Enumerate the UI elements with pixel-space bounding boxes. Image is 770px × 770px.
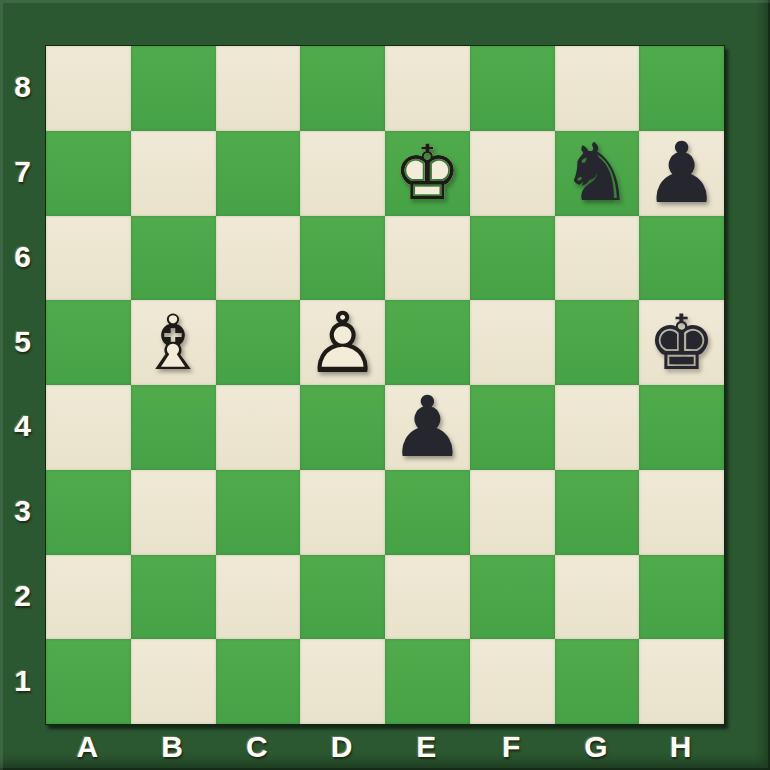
file-label-d: D <box>299 723 384 770</box>
square-e8[interactable] <box>385 46 470 131</box>
square-e7[interactable]: ♚♔ <box>385 131 470 216</box>
square-b6[interactable] <box>131 216 216 301</box>
square-a6[interactable] <box>46 216 131 301</box>
square-b3[interactable] <box>131 470 216 555</box>
square-c6[interactable] <box>216 216 301 301</box>
square-f6[interactable] <box>470 216 555 301</box>
piece-black-pawn[interactable]: ♟ <box>385 385 470 470</box>
square-h7[interactable]: ♟ <box>639 131 724 216</box>
chess-app-frame: 87654321 ♚♔♞♟♝♗♟♙♚♟ ABCDEFGH <box>0 0 770 770</box>
square-a4[interactable] <box>46 385 131 470</box>
piece-black-king[interactable]: ♚ <box>639 300 724 385</box>
square-b1[interactable] <box>131 639 216 724</box>
square-f4[interactable] <box>470 385 555 470</box>
rank-labels: 87654321 <box>0 45 45 723</box>
square-g7[interactable]: ♞ <box>555 131 640 216</box>
square-c2[interactable] <box>216 555 301 640</box>
square-f5[interactable] <box>470 300 555 385</box>
square-d3[interactable] <box>300 470 385 555</box>
rank-label-3: 3 <box>0 469 45 554</box>
square-c4[interactable] <box>216 385 301 470</box>
square-e2[interactable] <box>385 555 470 640</box>
square-c5[interactable] <box>216 300 301 385</box>
square-h8[interactable] <box>639 46 724 131</box>
chess-board: ♚♔♞♟♝♗♟♙♚♟ <box>45 45 725 725</box>
piece-black-pawn[interactable]: ♟ <box>639 131 724 216</box>
file-label-f: F <box>469 723 554 770</box>
file-label-e: E <box>384 723 469 770</box>
rank-label-2: 2 <box>0 554 45 639</box>
square-h4[interactable] <box>639 385 724 470</box>
square-f3[interactable] <box>470 470 555 555</box>
square-d2[interactable] <box>300 555 385 640</box>
square-a3[interactable] <box>46 470 131 555</box>
file-label-b: B <box>130 723 215 770</box>
square-g8[interactable] <box>555 46 640 131</box>
square-c3[interactable] <box>216 470 301 555</box>
square-g5[interactable] <box>555 300 640 385</box>
square-a1[interactable] <box>46 639 131 724</box>
square-c1[interactable] <box>216 639 301 724</box>
rank-label-4: 4 <box>0 384 45 469</box>
square-h5[interactable]: ♚ <box>639 300 724 385</box>
rank-label-1: 1 <box>0 638 45 723</box>
square-e3[interactable] <box>385 470 470 555</box>
square-b8[interactable] <box>131 46 216 131</box>
file-labels: ABCDEFGH <box>45 723 723 770</box>
square-f8[interactable] <box>470 46 555 131</box>
square-e5[interactable] <box>385 300 470 385</box>
piece-white-king[interactable]: ♚♔ <box>385 131 470 216</box>
file-label-a: A <box>45 723 130 770</box>
square-e1[interactable] <box>385 639 470 724</box>
square-h3[interactable] <box>639 470 724 555</box>
square-f2[interactable] <box>470 555 555 640</box>
square-d7[interactable] <box>300 131 385 216</box>
square-g6[interactable] <box>555 216 640 301</box>
rank-label-5: 5 <box>0 299 45 384</box>
square-f1[interactable] <box>470 639 555 724</box>
square-h2[interactable] <box>639 555 724 640</box>
square-d4[interactable] <box>300 385 385 470</box>
square-d6[interactable] <box>300 216 385 301</box>
square-g1[interactable] <box>555 639 640 724</box>
piece-white-pawn[interactable]: ♟♙ <box>300 300 385 385</box>
rank-label-8: 8 <box>0 45 45 130</box>
square-d5[interactable]: ♟♙ <box>300 300 385 385</box>
square-a7[interactable] <box>46 131 131 216</box>
square-b7[interactable] <box>131 131 216 216</box>
square-b4[interactable] <box>131 385 216 470</box>
file-label-c: C <box>215 723 300 770</box>
square-c7[interactable] <box>216 131 301 216</box>
square-d8[interactable] <box>300 46 385 131</box>
square-g4[interactable] <box>555 385 640 470</box>
square-c8[interactable] <box>216 46 301 131</box>
square-b2[interactable] <box>131 555 216 640</box>
square-h1[interactable] <box>639 639 724 724</box>
square-b5[interactable]: ♝♗ <box>131 300 216 385</box>
square-a5[interactable] <box>46 300 131 385</box>
square-f7[interactable] <box>470 131 555 216</box>
square-g3[interactable] <box>555 470 640 555</box>
rank-label-6: 6 <box>0 215 45 300</box>
file-label-h: H <box>638 723 723 770</box>
square-a2[interactable] <box>46 555 131 640</box>
piece-white-bishop[interactable]: ♝♗ <box>131 300 216 385</box>
square-g2[interactable] <box>555 555 640 640</box>
square-e4[interactable]: ♟ <box>385 385 470 470</box>
square-d1[interactable] <box>300 639 385 724</box>
file-label-g: G <box>554 723 639 770</box>
square-a8[interactable] <box>46 46 131 131</box>
rank-label-7: 7 <box>0 130 45 215</box>
piece-black-knight[interactable]: ♞ <box>555 131 640 216</box>
square-e6[interactable] <box>385 216 470 301</box>
square-h6[interactable] <box>639 216 724 301</box>
